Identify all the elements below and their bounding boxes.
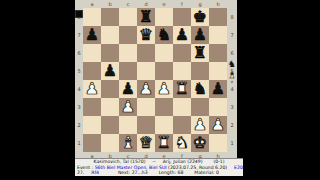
black-pawn[interactable]: ♟ bbox=[191, 26, 209, 44]
square-h5[interactable] bbox=[209, 62, 227, 80]
black-player-name: Arij, Julian (2249) bbox=[163, 159, 203, 164]
square-g6[interactable]: ♜ bbox=[191, 44, 209, 62]
rank-label-6: 6 bbox=[75, 44, 83, 62]
square-h8[interactable] bbox=[209, 8, 227, 26]
square-c3[interactable]: ♟ bbox=[119, 98, 137, 116]
black-rook[interactable]: ♜ bbox=[137, 8, 155, 26]
square-e6[interactable] bbox=[155, 44, 173, 62]
eco-code: E20 bbox=[234, 165, 243, 170]
video-frame: abcdefgh 87654321 87654321 abcdefgh ♜♚♟♛… bbox=[0, 0, 320, 180]
square-f5[interactable] bbox=[173, 62, 191, 80]
rank-label-1: 1 bbox=[75, 134, 83, 152]
square-e3[interactable] bbox=[155, 98, 173, 116]
white-pawn[interactable]: ♟ bbox=[155, 80, 173, 98]
square-h3[interactable] bbox=[209, 98, 227, 116]
square-c6[interactable] bbox=[119, 44, 137, 62]
black-pawn[interactable]: ♟ bbox=[83, 26, 101, 44]
event-label: Event : bbox=[77, 165, 93, 170]
file-label-c: c bbox=[119, 0, 137, 8]
square-d3[interactable] bbox=[137, 98, 155, 116]
square-h1[interactable] bbox=[209, 134, 227, 152]
rank-label-7: 7 bbox=[227, 26, 237, 44]
square-a6[interactable] bbox=[83, 44, 101, 62]
square-h6[interactable] bbox=[209, 44, 227, 62]
square-g4[interactable]: ♞ bbox=[191, 80, 209, 98]
material-balance: Material: 0 bbox=[194, 170, 219, 175]
black-pawn[interactable]: ♟ bbox=[209, 80, 227, 98]
rank-label-1: 1 bbox=[227, 134, 237, 152]
square-f1[interactable]: ♞ bbox=[173, 134, 191, 152]
rank-label-2: 2 bbox=[75, 116, 83, 134]
rank-label-8: 8 bbox=[227, 8, 237, 26]
square-d8[interactable]: ♜ bbox=[137, 8, 155, 26]
white-knight[interactable]: ♞ bbox=[173, 134, 191, 152]
black-king[interactable]: ♚ bbox=[191, 8, 209, 26]
square-d7[interactable]: ♛ bbox=[137, 26, 155, 44]
square-d1[interactable]: ♛ bbox=[137, 134, 155, 152]
captured-black-knight-icon: ♞ bbox=[227, 59, 237, 69]
current-move: Rf4 bbox=[91, 170, 99, 175]
white-rook[interactable]: ♜ bbox=[155, 134, 173, 152]
event-detail: (2023.07.25, Round 6.20) bbox=[168, 165, 227, 170]
black-queen[interactable]: ♛ bbox=[137, 26, 155, 44]
chess-board[interactable]: ♜♚♟♛♞♟♟♜♟♟♟♟♟♜♞♟♟♟♟♝♛♜♞♚ bbox=[83, 8, 227, 152]
white-rook[interactable]: ♜ bbox=[173, 80, 191, 98]
square-d4[interactable]: ♟ bbox=[137, 80, 155, 98]
square-g8[interactable]: ♚ bbox=[191, 8, 209, 26]
black-rook[interactable]: ♜ bbox=[191, 44, 209, 62]
square-a2[interactable] bbox=[83, 116, 101, 134]
players-separator: -- bbox=[152, 159, 155, 164]
square-d2[interactable] bbox=[137, 116, 155, 134]
square-c1[interactable]: ♝ bbox=[119, 134, 137, 152]
square-a3[interactable] bbox=[83, 98, 101, 116]
material-marks: x bbox=[226, 80, 238, 84]
rank-label-5: 5 bbox=[75, 62, 83, 80]
square-c7[interactable] bbox=[119, 26, 137, 44]
black-pawn[interactable]: ♟ bbox=[173, 26, 191, 44]
file-label-b: b bbox=[101, 0, 119, 8]
square-d5[interactable] bbox=[137, 62, 155, 80]
square-b1[interactable] bbox=[101, 134, 119, 152]
game-length: Length: 68 bbox=[159, 170, 184, 175]
square-f4[interactable]: ♜ bbox=[173, 80, 191, 98]
white-queen[interactable]: ♛ bbox=[137, 134, 155, 152]
square-b8[interactable] bbox=[101, 8, 119, 26]
square-b4[interactable] bbox=[101, 80, 119, 98]
square-b2[interactable] bbox=[101, 116, 119, 134]
white-pawn[interactable]: ♟ bbox=[191, 116, 209, 134]
white-pawn[interactable]: ♟ bbox=[119, 98, 137, 116]
file-label-a: a bbox=[83, 0, 101, 8]
rank-label-4: 4 bbox=[75, 80, 83, 98]
square-f3[interactable] bbox=[173, 98, 191, 116]
square-b5[interactable]: ♟ bbox=[101, 62, 119, 80]
white-player-name: Kasimovich, Tal (1570) bbox=[94, 159, 146, 164]
square-h4[interactable]: ♟ bbox=[209, 80, 227, 98]
chess-gui-window: abcdefgh 87654321 87654321 abcdefgh ♜♚♟♛… bbox=[75, 0, 243, 176]
square-c2[interactable] bbox=[119, 116, 137, 134]
square-a8[interactable] bbox=[83, 8, 101, 26]
square-f2[interactable] bbox=[173, 116, 191, 134]
black-knight[interactable]: ♞ bbox=[191, 80, 209, 98]
event-name: 56th Biel Master Open, Biel SUI bbox=[95, 165, 167, 170]
square-c8[interactable] bbox=[119, 8, 137, 26]
game-info-panel: Kasimovich, Tal (1570) -- Arij, Julian (… bbox=[75, 158, 243, 176]
square-a1[interactable] bbox=[83, 134, 101, 152]
square-c4[interactable]: ♟ bbox=[119, 80, 137, 98]
square-c5[interactable] bbox=[119, 62, 137, 80]
white-pawn[interactable]: ♟ bbox=[83, 80, 101, 98]
square-f7[interactable]: ♟ bbox=[173, 26, 191, 44]
rank-label-2: 2 bbox=[227, 116, 237, 134]
white-king[interactable]: ♚ bbox=[191, 134, 209, 152]
next-move: Next: 27...h3 bbox=[118, 170, 148, 175]
square-h2[interactable]: ♟ bbox=[209, 116, 227, 134]
rank-label-7: 7 bbox=[75, 26, 83, 44]
white-bishop[interactable]: ♝ bbox=[119, 134, 137, 152]
move-number: 27. bbox=[77, 170, 84, 175]
square-f6[interactable] bbox=[173, 44, 191, 62]
square-a5[interactable] bbox=[83, 62, 101, 80]
square-e7[interactable]: ♞ bbox=[155, 26, 173, 44]
square-b3[interactable] bbox=[101, 98, 119, 116]
black-pawn[interactable]: ♟ bbox=[101, 62, 119, 80]
square-e1[interactable]: ♜ bbox=[155, 134, 173, 152]
square-b7[interactable] bbox=[101, 26, 119, 44]
square-e4[interactable]: ♟ bbox=[155, 80, 173, 98]
file-label-h: h bbox=[209, 0, 227, 8]
square-g7[interactable]: ♟ bbox=[191, 26, 209, 44]
board-frame: abcdefgh 87654321 87654321 abcdefgh ♜♚♟♛… bbox=[75, 0, 237, 158]
rank-labels-left: 87654321 bbox=[75, 8, 83, 152]
square-g2[interactable]: ♟ bbox=[191, 116, 209, 134]
white-pawn[interactable]: ♟ bbox=[209, 116, 227, 134]
white-pawn[interactable]: ♟ bbox=[137, 80, 155, 98]
square-a4[interactable]: ♟ bbox=[83, 80, 101, 98]
game-result: (0-1) bbox=[213, 159, 224, 164]
file-label-e: e bbox=[155, 0, 173, 8]
black-knight[interactable]: ♞ bbox=[155, 26, 173, 44]
black-to-move-indicator bbox=[75, 10, 83, 18]
rank-label-3: 3 bbox=[227, 98, 237, 116]
square-g1[interactable]: ♚ bbox=[191, 134, 209, 152]
square-e8[interactable] bbox=[155, 8, 173, 26]
move-status-line: 27. Rf4 Next: 27...h3 Length: 68 Materia… bbox=[75, 170, 243, 176]
square-d6[interactable] bbox=[137, 44, 155, 62]
square-g3[interactable] bbox=[191, 98, 209, 116]
square-b6[interactable] bbox=[101, 44, 119, 62]
square-f8[interactable] bbox=[173, 8, 191, 26]
file-label-f: f bbox=[173, 0, 191, 8]
rank-label-3: 3 bbox=[75, 98, 83, 116]
square-a7[interactable]: ♟ bbox=[83, 26, 101, 44]
black-pawn[interactable]: ♟ bbox=[119, 80, 137, 98]
square-e2[interactable] bbox=[155, 116, 173, 134]
square-h7[interactable] bbox=[209, 26, 227, 44]
square-e5[interactable] bbox=[155, 62, 173, 80]
square-g5[interactable] bbox=[191, 62, 209, 80]
